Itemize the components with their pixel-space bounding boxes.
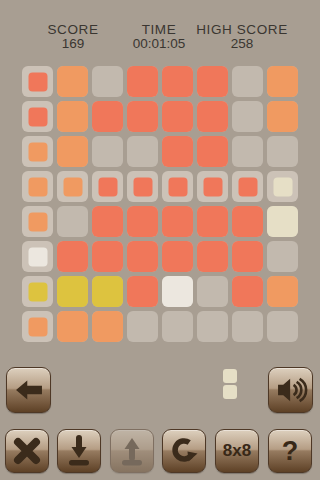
board-cell-r1c6[interactable] <box>197 66 228 97</box>
orange-tile <box>92 241 123 272</box>
grid-size-label: 8x8 <box>223 441 251 461</box>
board-cell-r4c4[interactable] <box>127 171 158 202</box>
orange-tile <box>162 136 193 167</box>
board-cell-r3c4[interactable] <box>127 136 158 167</box>
board-cell-r6c8[interactable] <box>267 241 298 272</box>
board-cell-r7c3[interactable] <box>92 276 123 307</box>
board-cell-r5c7[interactable] <box>232 206 263 237</box>
orange-tile <box>127 66 158 97</box>
board-cell-r4c6[interactable] <box>197 171 228 202</box>
board-cell-r7c6[interactable] <box>197 276 228 307</box>
board-cell-r1c8[interactable] <box>267 66 298 97</box>
help-button[interactable]: ? <box>268 429 312 473</box>
small-white-tile <box>28 247 47 266</box>
board-cell-r1c5[interactable] <box>162 66 193 97</box>
light-orange-tile <box>267 66 298 97</box>
orange-tile <box>127 241 158 272</box>
restart-button[interactable] <box>162 429 206 473</box>
board-cell-r2c1[interactable] <box>22 101 53 132</box>
board-cell-r6c5[interactable] <box>162 241 193 272</box>
board-cell-r7c5[interactable] <box>162 276 193 307</box>
small-light-orange-tile <box>28 317 47 336</box>
board-cell-r2c8[interactable] <box>267 101 298 132</box>
game-board <box>22 66 298 342</box>
refresh-icon <box>162 429 206 473</box>
orange-tile <box>232 206 263 237</box>
board-cell-r5c5[interactable] <box>162 206 193 237</box>
board-cell-r3c2[interactable] <box>57 136 88 167</box>
board-cell-r4c1[interactable] <box>22 171 53 202</box>
board-cell-r4c7[interactable] <box>232 171 263 202</box>
next-tiles-preview <box>223 369 237 401</box>
light-orange-tile <box>267 276 298 307</box>
preview-tile-cream <box>223 369 237 383</box>
board-cell-r8c1[interactable] <box>22 311 53 342</box>
board-cell-r6c2[interactable] <box>57 241 88 272</box>
orange-tile <box>57 241 88 272</box>
orange-tile <box>197 101 228 132</box>
board-cell-r4c2[interactable] <box>57 171 88 202</box>
small-yellow-tile <box>28 282 47 301</box>
small-light-orange-tile <box>28 177 47 196</box>
yellow-tile <box>92 276 123 307</box>
sound-button[interactable] <box>268 367 313 413</box>
board-cell-r2c3[interactable] <box>92 101 123 132</box>
board-cell-r4c3[interactable] <box>92 171 123 202</box>
board-cell-r5c4[interactable] <box>127 206 158 237</box>
board-cell-r5c3[interactable] <box>92 206 123 237</box>
grid-size-button[interactable]: 8x8 <box>215 429 259 473</box>
board-cell-r8c6[interactable] <box>197 311 228 342</box>
score-value: 169 <box>23 37 123 50</box>
score-display: SCORE 169 <box>23 23 123 50</box>
small-orange-tile <box>238 177 257 196</box>
board-cell-r5c1[interactable] <box>22 206 53 237</box>
small-orange-tile <box>28 72 47 91</box>
light-orange-tile <box>57 101 88 132</box>
board-cell-r5c6[interactable] <box>197 206 228 237</box>
board-cell-r2c5[interactable] <box>162 101 193 132</box>
board-cell-r3c1[interactable] <box>22 136 53 167</box>
light-orange-tile <box>57 311 88 342</box>
game-screen: SCORE 169 TIME 00:01:05 HIGH SCORE 258 <box>0 0 320 480</box>
x-icon <box>5 429 49 473</box>
high-score-display: HIGH SCORE 258 <box>192 23 292 50</box>
white-tile <box>162 276 193 307</box>
board-cell-r6c4[interactable] <box>127 241 158 272</box>
orange-tile <box>197 206 228 237</box>
board-cell-r8c4[interactable] <box>127 311 158 342</box>
board-cell-r6c1[interactable] <box>22 241 53 272</box>
close-button[interactable] <box>5 429 49 473</box>
upload-icon <box>110 429 154 473</box>
cream-tile <box>267 206 298 237</box>
board-cell-r8c2[interactable] <box>57 311 88 342</box>
orange-tile <box>232 241 263 272</box>
board-cell-r2c4[interactable] <box>127 101 158 132</box>
save-button[interactable] <box>57 429 101 473</box>
score-label: SCORE <box>23 23 123 36</box>
board-cell-r6c6[interactable] <box>197 241 228 272</box>
high-score-value: 258 <box>192 37 292 50</box>
orange-tile <box>92 101 123 132</box>
preview-tile-cream <box>223 385 237 399</box>
board-cell-r7c8[interactable] <box>267 276 298 307</box>
board-cell-r6c3[interactable] <box>92 241 123 272</box>
small-orange-tile <box>168 177 187 196</box>
help-label: ? <box>282 438 299 465</box>
board-cell-r3c6[interactable] <box>197 136 228 167</box>
board-cell-r3c7[interactable] <box>232 136 263 167</box>
board-cell-r7c7[interactable] <box>232 276 263 307</box>
small-cream-tile <box>273 177 292 196</box>
orange-tile <box>92 206 123 237</box>
board-cell-r3c8[interactable] <box>267 136 298 167</box>
orange-tile <box>127 206 158 237</box>
orange-tile <box>162 101 193 132</box>
light-orange-tile <box>92 311 123 342</box>
small-orange-tile <box>28 107 47 126</box>
board-cell-r7c1[interactable] <box>22 276 53 307</box>
orange-tile <box>197 241 228 272</box>
small-light-orange-tile <box>28 142 47 161</box>
board-cell-r3c3[interactable] <box>92 136 123 167</box>
board-cell-r1c2[interactable] <box>57 66 88 97</box>
orange-tile <box>162 241 193 272</box>
board-cell-r1c7[interactable] <box>232 66 263 97</box>
board-cell-r2c6[interactable] <box>197 101 228 132</box>
board-cell-r1c1[interactable] <box>22 66 53 97</box>
arrow-left-icon <box>10 371 48 409</box>
board-cell-r1c3[interactable] <box>92 66 123 97</box>
load-button[interactable] <box>110 429 154 473</box>
light-orange-tile <box>267 101 298 132</box>
board-cell-r3c5[interactable] <box>162 136 193 167</box>
board-cell-r8c8[interactable] <box>267 311 298 342</box>
small-orange-tile <box>203 177 222 196</box>
board-cell-r5c2[interactable] <box>57 206 88 237</box>
board-cell-r4c5[interactable] <box>162 171 193 202</box>
orange-tile <box>162 66 193 97</box>
orange-tile <box>127 101 158 132</box>
orange-tile <box>197 66 228 97</box>
high-score-label: HIGH SCORE <box>192 23 292 36</box>
orange-tile <box>162 206 193 237</box>
board-cell-r7c4[interactable] <box>127 276 158 307</box>
board-cell-r2c2[interactable] <box>57 101 88 132</box>
orange-tile <box>127 276 158 307</box>
small-orange-tile <box>98 177 117 196</box>
yellow-tile <box>57 276 88 307</box>
board-cell-r1c4[interactable] <box>127 66 158 97</box>
board-cell-r8c7[interactable] <box>232 311 263 342</box>
board-cell-r4c8[interactable] <box>267 171 298 202</box>
orange-tile <box>232 276 263 307</box>
small-light-orange-tile <box>28 212 47 231</box>
board-cell-r5c8[interactable] <box>267 206 298 237</box>
board-cell-r6c7[interactable] <box>232 241 263 272</box>
back-button[interactable] <box>6 367 51 413</box>
board-cell-r2c7[interactable] <box>232 101 263 132</box>
small-light-orange-tile <box>63 177 82 196</box>
light-orange-tile <box>57 136 88 167</box>
board-cell-r7c2[interactable] <box>57 276 88 307</box>
download-icon <box>57 429 101 473</box>
orange-tile <box>197 136 228 167</box>
light-orange-tile <box>57 66 88 97</box>
speaker-loud-icon <box>272 371 310 409</box>
board-cell-r8c5[interactable] <box>162 311 193 342</box>
board-cell-r8c3[interactable] <box>92 311 123 342</box>
small-orange-tile <box>133 177 152 196</box>
